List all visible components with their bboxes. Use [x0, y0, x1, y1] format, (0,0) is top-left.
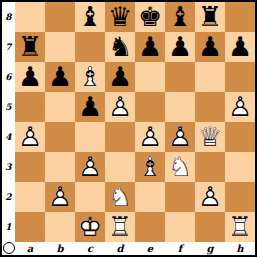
square-b8[interactable] [45, 2, 75, 32]
piece-black-queen: ♛ [105, 2, 135, 32]
white-piece-outline: ♙ [135, 122, 165, 152]
square-d7[interactable]: ♞ [105, 32, 135, 62]
rank-label-3: 3 [2, 152, 15, 182]
square-a3[interactable] [15, 152, 45, 182]
piece-black-king: ♚ [135, 2, 165, 32]
piece-white-pawn: ♟♙ [225, 92, 255, 122]
black-piece-glyph: ♜ [195, 2, 225, 32]
rank-label-8: 8 [2, 2, 15, 32]
square-e1[interactable] [135, 212, 165, 242]
piece-white-pawn: ♟♙ [135, 122, 165, 152]
turn-indicator-white-to-move [3, 242, 15, 254]
square-h6[interactable] [225, 62, 255, 92]
square-b3[interactable] [45, 152, 75, 182]
square-h2[interactable] [225, 182, 255, 212]
square-a6[interactable]: ♟ [15, 62, 45, 92]
piece-white-rook: ♜♖ [105, 212, 135, 242]
black-piece-glyph: ♞ [105, 32, 135, 62]
piece-black-pawn: ♟ [225, 32, 255, 62]
white-piece-outline: ♗ [75, 62, 105, 92]
square-b5[interactable] [45, 92, 75, 122]
piece-white-knight: ♞♘ [105, 182, 135, 212]
file-label-h: h [225, 242, 255, 255]
white-piece-outline: ♙ [165, 122, 195, 152]
rank-label-6: 6 [2, 62, 15, 92]
file-labels: abcdefgh [15, 242, 255, 255]
black-piece-glyph: ♟ [105, 62, 135, 92]
square-a4[interactable]: ♟♙ [15, 122, 45, 152]
piece-white-pawn: ♟♙ [15, 122, 45, 152]
white-piece-outline: ♘ [105, 182, 135, 212]
file-label-b: b [45, 242, 75, 255]
square-f7[interactable]: ♟ [165, 32, 195, 62]
piece-white-pawn: ♟♙ [45, 182, 75, 212]
white-piece-outline: ♔ [75, 212, 105, 242]
square-a1[interactable] [15, 212, 45, 242]
square-d3[interactable] [105, 152, 135, 182]
square-c1[interactable]: ♚♔ [75, 212, 105, 242]
square-f2[interactable] [165, 182, 195, 212]
rank-label-2: 2 [2, 182, 15, 212]
square-e7[interactable]: ♟ [135, 32, 165, 62]
square-c2[interactable] [75, 182, 105, 212]
square-b7[interactable] [45, 32, 75, 62]
square-f8[interactable]: ♝ [165, 2, 195, 32]
square-f5[interactable] [165, 92, 195, 122]
white-piece-outline: ♖ [105, 212, 135, 242]
black-piece-glyph: ♚ [135, 2, 165, 32]
white-piece-outline: ♕ [195, 122, 225, 152]
square-g1[interactable] [195, 212, 225, 242]
square-c8[interactable]: ♝ [75, 2, 105, 32]
square-e4[interactable]: ♟♙ [135, 122, 165, 152]
white-piece-outline: ♙ [195, 182, 225, 212]
square-d2[interactable]: ♞♘ [105, 182, 135, 212]
piece-black-rook: ♜ [15, 32, 45, 62]
black-piece-glyph: ♟ [225, 32, 255, 62]
black-piece-glyph: ♝ [165, 2, 195, 32]
piece-white-rook: ♜♖ [225, 212, 255, 242]
square-g7[interactable]: ♟ [195, 32, 225, 62]
square-a5[interactable] [15, 92, 45, 122]
piece-black-pawn: ♟ [135, 32, 165, 62]
black-piece-glyph: ♟ [75, 92, 105, 122]
square-b1[interactable] [45, 212, 75, 242]
square-f3[interactable]: ♞♘ [165, 152, 195, 182]
square-f6[interactable] [165, 62, 195, 92]
piece-white-bishop: ♝♗ [135, 152, 165, 182]
square-c6[interactable]: ♝♗ [75, 62, 105, 92]
black-piece-glyph: ♟ [45, 62, 75, 92]
chess-board: ♝♛♚♝♜♜♞♟♟♟♟♟♟♝♗♟♟♟♙♟♙♟♙♟♙♟♙♛♕♟♙♝♗♞♘♟♙♞♘♟… [15, 2, 255, 242]
square-e2[interactable] [135, 182, 165, 212]
piece-black-pawn: ♟ [45, 62, 75, 92]
square-d6[interactable]: ♟ [105, 62, 135, 92]
black-piece-glyph: ♝ [75, 2, 105, 32]
black-piece-glyph: ♟ [15, 62, 45, 92]
square-g5[interactable] [195, 92, 225, 122]
piece-black-bishop: ♝ [75, 2, 105, 32]
black-piece-glyph: ♛ [105, 2, 135, 32]
file-label-d: d [105, 242, 135, 255]
black-piece-glyph: ♜ [15, 32, 45, 62]
piece-white-king: ♚♔ [75, 212, 105, 242]
black-piece-glyph: ♟ [195, 32, 225, 62]
square-e3[interactable]: ♝♗ [135, 152, 165, 182]
file-label-a: a [15, 242, 45, 255]
square-b6[interactable]: ♟ [45, 62, 75, 92]
piece-white-bishop: ♝♗ [75, 62, 105, 92]
square-h7[interactable]: ♟ [225, 32, 255, 62]
square-g6[interactable] [195, 62, 225, 92]
file-label-g: g [195, 242, 225, 255]
square-h4[interactable] [225, 122, 255, 152]
square-f1[interactable] [165, 212, 195, 242]
square-d8[interactable]: ♛ [105, 2, 135, 32]
piece-black-pawn: ♟ [165, 32, 195, 62]
square-g8[interactable]: ♜ [195, 2, 225, 32]
square-e5[interactable] [135, 92, 165, 122]
piece-black-rook: ♜ [195, 2, 225, 32]
square-g4[interactable]: ♛♕ [195, 122, 225, 152]
black-piece-glyph: ♟ [165, 32, 195, 62]
rank-labels: 87654321 [2, 2, 15, 242]
square-b4[interactable] [45, 122, 75, 152]
square-h3[interactable] [225, 152, 255, 182]
piece-white-queen: ♛♕ [195, 122, 225, 152]
piece-black-pawn: ♟ [195, 32, 225, 62]
piece-white-pawn: ♟♙ [75, 152, 105, 182]
white-piece-outline: ♘ [165, 152, 195, 182]
rank-label-7: 7 [2, 32, 15, 62]
square-d1[interactable]: ♜♖ [105, 212, 135, 242]
piece-black-knight: ♞ [105, 32, 135, 62]
square-g3[interactable] [195, 152, 225, 182]
square-d4[interactable] [105, 122, 135, 152]
file-label-c: c [75, 242, 105, 255]
rank-label-1: 1 [2, 212, 15, 242]
square-b2[interactable]: ♟♙ [45, 182, 75, 212]
piece-black-pawn: ♟ [15, 62, 45, 92]
square-g2[interactable]: ♟♙ [195, 182, 225, 212]
black-piece-glyph: ♟ [135, 32, 165, 62]
square-e8[interactable]: ♚ [135, 2, 165, 32]
piece-black-pawn: ♟ [105, 62, 135, 92]
piece-white-pawn: ♟♙ [195, 182, 225, 212]
square-a8[interactable] [15, 2, 45, 32]
file-label-f: f [165, 242, 195, 255]
white-piece-outline: ♗ [135, 152, 165, 182]
white-piece-outline: ♙ [225, 92, 255, 122]
square-f4[interactable]: ♟♙ [165, 122, 195, 152]
rank-label-4: 4 [2, 122, 15, 152]
white-piece-outline: ♙ [105, 92, 135, 122]
piece-white-pawn: ♟♙ [165, 122, 195, 152]
piece-white-pawn: ♟♙ [105, 92, 135, 122]
square-h1[interactable]: ♜♖ [225, 212, 255, 242]
file-label-e: e [135, 242, 165, 255]
square-c4[interactable] [75, 122, 105, 152]
piece-black-pawn: ♟ [75, 92, 105, 122]
square-h8[interactable] [225, 2, 255, 32]
white-piece-outline: ♖ [225, 212, 255, 242]
piece-white-knight: ♞♘ [165, 152, 195, 182]
square-c5[interactable]: ♟ [75, 92, 105, 122]
white-piece-outline: ♙ [45, 182, 75, 212]
white-piece-outline: ♙ [75, 152, 105, 182]
white-piece-outline: ♙ [15, 122, 45, 152]
square-d5[interactable]: ♟♙ [105, 92, 135, 122]
square-a2[interactable] [15, 182, 45, 212]
chess-diagram: 87654321 ♝♛♚♝♜♜♞♟♟♟♟♟♟♝♗♟♟♟♙♟♙♟♙♟♙♟♙♛♕♟♙… [0, 0, 257, 257]
square-a7[interactable]: ♜ [15, 32, 45, 62]
square-c7[interactable] [75, 32, 105, 62]
rank-label-5: 5 [2, 92, 15, 122]
square-h5[interactable]: ♟♙ [225, 92, 255, 122]
square-e6[interactable] [135, 62, 165, 92]
piece-black-bishop: ♝ [165, 2, 195, 32]
square-c3[interactable]: ♟♙ [75, 152, 105, 182]
